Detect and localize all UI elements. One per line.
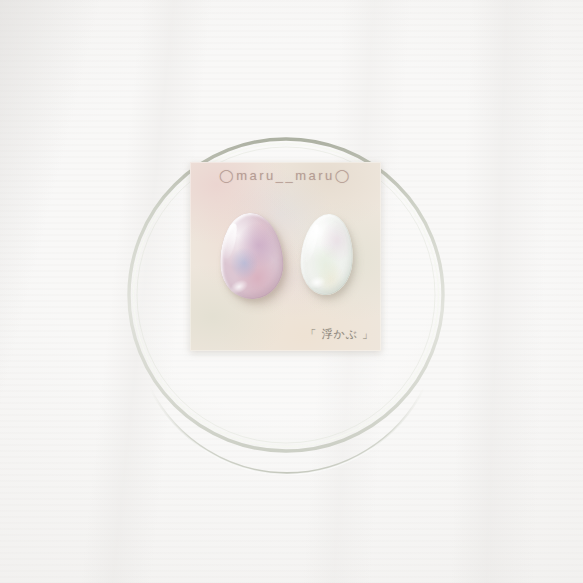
earring-left-pink-marble [218,211,285,300]
brand-text: ◯maru__maru◯ [190,168,381,183]
caption-text: 「 浮かぶ 」 [305,327,374,342]
product-card: ◯maru__maru◯ 「 浮かぶ 」 [190,162,381,351]
earring-right-clear-iridescent [298,212,356,296]
product-photo-scene: ◯maru__maru◯ 「 浮かぶ 」 [0,0,583,583]
